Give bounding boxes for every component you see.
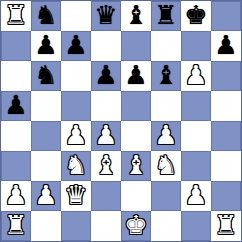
square-f8[interactable]: ♜ [151, 1, 181, 31]
white-queen-c2[interactable]: ♛ [64, 181, 87, 210]
square-d8[interactable]: ♛ [91, 1, 121, 31]
square-d2[interactable] [91, 181, 121, 211]
square-h3[interactable] [211, 151, 241, 181]
black-pawn-d6[interactable]: ♟ [94, 61, 117, 90]
square-a7[interactable] [1, 31, 31, 61]
square-c6[interactable] [61, 61, 91, 91]
square-h2[interactable] [211, 181, 241, 211]
square-f5[interactable] [151, 91, 181, 121]
square-g4[interactable] [181, 121, 211, 151]
square-h8[interactable] [211, 1, 241, 31]
black-pawn-h7[interactable]: ♟ [214, 31, 237, 60]
square-e6[interactable]: ♟ [121, 61, 151, 91]
white-bishop-e3[interactable]: ♝ [124, 151, 147, 180]
square-b8[interactable]: ♞ [31, 1, 61, 31]
square-f4[interactable]: ♟ [151, 121, 181, 151]
square-a2[interactable]: ♟ [1, 181, 31, 211]
white-pawn-g2[interactable]: ♟ [184, 181, 207, 210]
square-d1[interactable] [91, 211, 121, 241]
square-b5[interactable] [31, 91, 61, 121]
square-e3[interactable]: ♝ [121, 151, 151, 181]
square-g8[interactable]: ♚ [181, 1, 211, 31]
black-king-g8[interactable]: ♚ [184, 1, 207, 30]
square-f6[interactable]: ♝ [151, 61, 181, 91]
black-bishop-f6[interactable]: ♝ [154, 61, 177, 90]
white-knight-f3[interactable]: ♞ [154, 151, 177, 180]
square-b4[interactable] [31, 121, 61, 151]
square-f1[interactable] [151, 211, 181, 241]
square-a6[interactable] [1, 61, 31, 91]
white-rook-a8[interactable]: ♜ [4, 1, 27, 30]
black-pawn-a5[interactable]: ♟ [4, 91, 27, 120]
square-g7[interactable] [181, 31, 211, 61]
square-h1[interactable]: ♜ [211, 211, 241, 241]
white-pawn-c4[interactable]: ♟ [64, 121, 87, 150]
black-pawn-e6[interactable]: ♟ [124, 61, 147, 90]
white-pawn-d4[interactable]: ♟ [94, 121, 117, 150]
square-c4[interactable]: ♟ [61, 121, 91, 151]
square-h5[interactable] [211, 91, 241, 121]
white-pawn-f4[interactable]: ♟ [154, 121, 177, 150]
square-e2[interactable] [121, 181, 151, 211]
square-c5[interactable] [61, 91, 91, 121]
square-g5[interactable] [181, 91, 211, 121]
square-d3[interactable]: ♝ [91, 151, 121, 181]
square-b2[interactable]: ♟ [31, 181, 61, 211]
square-b7[interactable]: ♟ [31, 31, 61, 61]
square-c3[interactable]: ♞ [61, 151, 91, 181]
square-e1[interactable]: ♚ [121, 211, 151, 241]
square-f7[interactable] [151, 31, 181, 61]
square-e5[interactable] [121, 91, 151, 121]
square-f2[interactable] [151, 181, 181, 211]
square-a8[interactable]: ♜ [1, 1, 31, 31]
square-g3[interactable] [181, 151, 211, 181]
white-knight-c3[interactable]: ♞ [64, 151, 87, 180]
square-g1[interactable] [181, 211, 211, 241]
black-rook-f8[interactable]: ♜ [154, 1, 177, 30]
square-e7[interactable] [121, 31, 151, 61]
black-knight-b8[interactable]: ♞ [34, 1, 57, 30]
white-pawn-a2[interactable]: ♟ [4, 181, 27, 210]
white-king-e1[interactable]: ♚ [124, 211, 147, 240]
square-e8[interactable]: ♝ [121, 1, 151, 31]
black-pawn-b7[interactable]: ♟ [34, 31, 57, 60]
square-h4[interactable] [211, 121, 241, 151]
white-bishop-d3[interactable]: ♝ [94, 151, 117, 180]
black-pawn-c7[interactable]: ♟ [64, 31, 87, 60]
square-c1[interactable] [61, 211, 91, 241]
square-a4[interactable] [1, 121, 31, 151]
square-b1[interactable] [31, 211, 61, 241]
square-h6[interactable] [211, 61, 241, 91]
white-pawn-g6[interactable]: ♟ [184, 61, 207, 90]
square-c2[interactable]: ♛ [61, 181, 91, 211]
square-d4[interactable]: ♟ [91, 121, 121, 151]
square-c7[interactable]: ♟ [61, 31, 91, 61]
square-c8[interactable] [61, 1, 91, 31]
square-b3[interactable] [31, 151, 61, 181]
square-d7[interactable] [91, 31, 121, 61]
square-h7[interactable]: ♟ [211, 31, 241, 61]
chess-board: ♜♞♛♝♜♚♟♟♟♞♟♟♝♟♟♟♟♟♞♝♝♞♟♟♛♟♜♚♜ [0, 0, 242, 242]
square-g2[interactable]: ♟ [181, 181, 211, 211]
white-rook-a1[interactable]: ♜ [4, 211, 27, 240]
square-f3[interactable]: ♞ [151, 151, 181, 181]
square-g6[interactable]: ♟ [181, 61, 211, 91]
square-a1[interactable]: ♜ [1, 211, 31, 241]
square-b6[interactable]: ♞ [31, 61, 61, 91]
square-a5[interactable]: ♟ [1, 91, 31, 121]
black-bishop-e8[interactable]: ♝ [124, 1, 147, 30]
black-knight-b6[interactable]: ♞ [34, 61, 57, 90]
square-d5[interactable] [91, 91, 121, 121]
black-queen-d8[interactable]: ♛ [94, 1, 117, 30]
square-d6[interactable]: ♟ [91, 61, 121, 91]
square-a3[interactable] [1, 151, 31, 181]
white-rook-h1[interactable]: ♜ [214, 211, 237, 240]
white-pawn-b2[interactable]: ♟ [34, 181, 57, 210]
square-e4[interactable] [121, 121, 151, 151]
